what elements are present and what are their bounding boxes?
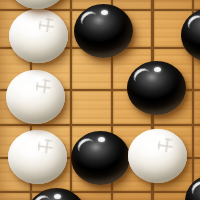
white-stone[interactable] [8, 130, 67, 184]
white-stone[interactable] [128, 129, 187, 183]
grid-line-vertical [70, 0, 72, 200]
black-stone[interactable] [71, 131, 130, 185]
black-stone[interactable] [127, 61, 186, 115]
white-stone[interactable] [6, 70, 65, 124]
black-stone[interactable] [74, 4, 133, 58]
white-stone[interactable] [9, 9, 68, 63]
grid-line-horizontal [0, 191, 200, 193]
black-stone[interactable] [181, 8, 201, 62]
black-stone[interactable] [27, 188, 86, 200]
white-stone[interactable] [8, 0, 67, 9]
go-board[interactable] [0, 0, 200, 200]
grid-line-horizontal [0, 124, 200, 126]
